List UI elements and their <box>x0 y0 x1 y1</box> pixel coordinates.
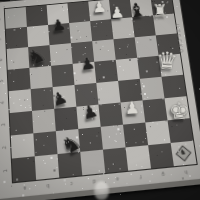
square-d2 <box>78 127 103 152</box>
square-b5 <box>29 66 52 89</box>
speckle <box>65 183 66 184</box>
speckle <box>199 145 200 146</box>
square-d3 <box>76 105 100 129</box>
square-e4 <box>96 81 120 105</box>
rank-label-6: 6 <box>0 58 3 62</box>
speckle <box>64 179 66 181</box>
square-c5 <box>51 64 74 87</box>
speckle <box>171 174 172 175</box>
board-squares <box>5 0 197 182</box>
square-h5 <box>159 54 184 77</box>
speckle <box>184 35 185 36</box>
square-g4 <box>140 77 165 101</box>
knight-emblem-icon: ♞ <box>180 149 188 157</box>
speckle <box>11 186 12 187</box>
square-b4 <box>31 87 55 111</box>
file-label-a: a <box>23 185 27 192</box>
speckle <box>149 181 150 182</box>
speckle <box>29 188 30 189</box>
square-a4 <box>9 89 32 113</box>
square-f5 <box>116 58 140 81</box>
speckle <box>130 174 131 175</box>
square-g3 <box>143 98 168 122</box>
speckle <box>88 178 89 179</box>
rank-label-1: 1 <box>2 169 8 173</box>
file-label-e: e <box>116 176 120 183</box>
square-g5 <box>137 56 161 79</box>
square-c3 <box>54 107 78 131</box>
square-d5 <box>73 62 97 85</box>
square-c6 <box>50 43 73 66</box>
square-e2 <box>101 125 126 150</box>
square-a6 <box>7 47 30 70</box>
speckle <box>103 173 104 174</box>
square-f8 <box>109 0 132 19</box>
square-b6 <box>28 45 51 68</box>
square-e3 <box>98 102 123 126</box>
speckle <box>36 1 37 2</box>
square-c8 <box>47 3 70 25</box>
speckle <box>120 194 121 195</box>
square-g6 <box>135 35 159 57</box>
file-label-b: b <box>46 183 50 190</box>
square-a7 <box>6 27 28 49</box>
speckle <box>0 35 1 36</box>
square-f3 <box>121 100 146 124</box>
square-e7 <box>90 19 113 41</box>
offboard-white-piece <box>94 181 109 200</box>
square-d8 <box>67 1 90 23</box>
square-c7 <box>48 23 71 45</box>
rank-label-5: 5 <box>0 79 4 83</box>
square-b1 <box>35 154 60 180</box>
square-b8 <box>26 5 48 27</box>
speckle <box>114 182 115 183</box>
square-a3 <box>10 111 34 136</box>
square-d4 <box>74 83 98 107</box>
square-c2 <box>56 129 80 154</box>
speckle <box>24 1 25 2</box>
rank-label-4: 4 <box>0 101 5 105</box>
square-b7 <box>27 25 50 47</box>
file-label-f: f <box>139 174 142 181</box>
square-g7 <box>132 15 156 37</box>
square-f6 <box>113 37 137 60</box>
file-label-c: c <box>70 181 73 188</box>
square-e8 <box>88 0 111 21</box>
square-a1 <box>12 156 36 182</box>
square-h2 <box>168 118 194 143</box>
square-f2 <box>123 122 148 147</box>
square-b2 <box>33 131 57 156</box>
speckle <box>126 183 127 184</box>
speckle <box>198 59 199 60</box>
square-c1 <box>58 152 83 178</box>
file-label-h: h <box>184 169 188 176</box>
square-d1 <box>80 150 105 176</box>
square-d7 <box>69 21 92 43</box>
speckle <box>177 6 178 7</box>
speckle <box>53 192 54 193</box>
speckle <box>3 181 5 183</box>
speckle <box>4 83 5 84</box>
speckle <box>195 36 196 37</box>
speckle <box>152 174 153 175</box>
speckle <box>99 176 100 177</box>
speckle <box>3 6 4 7</box>
rank-label-2: 2 <box>1 146 7 150</box>
square-g1 <box>148 143 174 169</box>
square-f7 <box>111 17 134 39</box>
square-h4 <box>161 75 186 99</box>
square-c4 <box>53 85 77 109</box>
chessboard: abcdefgh87654321 ♟♟♝♜♟♞♟♛♟♟♟♚♞ UZECKO ♞ <box>0 0 200 199</box>
rank-label-3: 3 <box>0 123 6 127</box>
speckle <box>181 177 183 179</box>
square-b3 <box>32 109 56 134</box>
file-label-g: g <box>161 171 165 178</box>
square-e1 <box>103 147 128 173</box>
square-g2 <box>145 120 170 145</box>
square-f4 <box>118 79 142 103</box>
square-h7 <box>153 13 177 35</box>
square-e5 <box>94 60 118 83</box>
rank-label-8: 8 <box>0 18 1 21</box>
square-a2 <box>11 133 35 158</box>
square-a5 <box>8 68 31 91</box>
square-h3 <box>164 96 189 120</box>
speckle <box>22 194 24 196</box>
square-e6 <box>92 39 116 62</box>
rank-label-7: 7 <box>0 38 2 41</box>
speckle <box>199 88 200 90</box>
scene: abcdefgh87654321 ♟♟♝♜♟♞♟♛♟♟♟♚♞ UZECKO ♞ <box>0 0 200 200</box>
square-f1 <box>126 145 151 171</box>
square-d6 <box>71 41 94 64</box>
photo-viewport: abcdefgh87654321 ♟♟♝♜♟♞♟♛♟♟♟♚♞ UZECKO ♞ <box>0 0 200 200</box>
square-a8 <box>5 7 27 29</box>
